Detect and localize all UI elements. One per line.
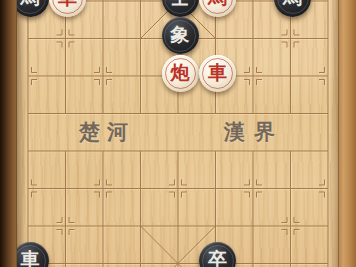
red-horse-char: 馬 [208,0,227,7]
board-frame-left [0,0,17,267]
river-label-left: 楚河 [79,118,135,146]
river-label-right: 漢界 [224,118,284,146]
red-cannon-char: 炮 [171,63,190,82]
xiangqi-app-screen: 楚河 漢界 馬車士馬馬象炮車車卒 [0,0,356,267]
board-frame-right [338,0,356,267]
black-chariot-char: 車 [21,250,40,267]
piece-red-chariot[interactable]: 車 [199,55,236,92]
black-advisor-char: 士 [171,0,190,7]
red-chariot-char: 車 [208,63,227,82]
black-soldier-char: 卒 [208,250,227,267]
black-horse-char: 馬 [21,0,40,7]
black-horse-char: 馬 [283,0,302,7]
red-chariot-char: 車 [58,0,77,7]
piece-black-elephant[interactable]: 象 [162,17,199,54]
piece-red-cannon[interactable]: 炮 [162,55,199,92]
black-elephant-char: 象 [171,25,190,44]
